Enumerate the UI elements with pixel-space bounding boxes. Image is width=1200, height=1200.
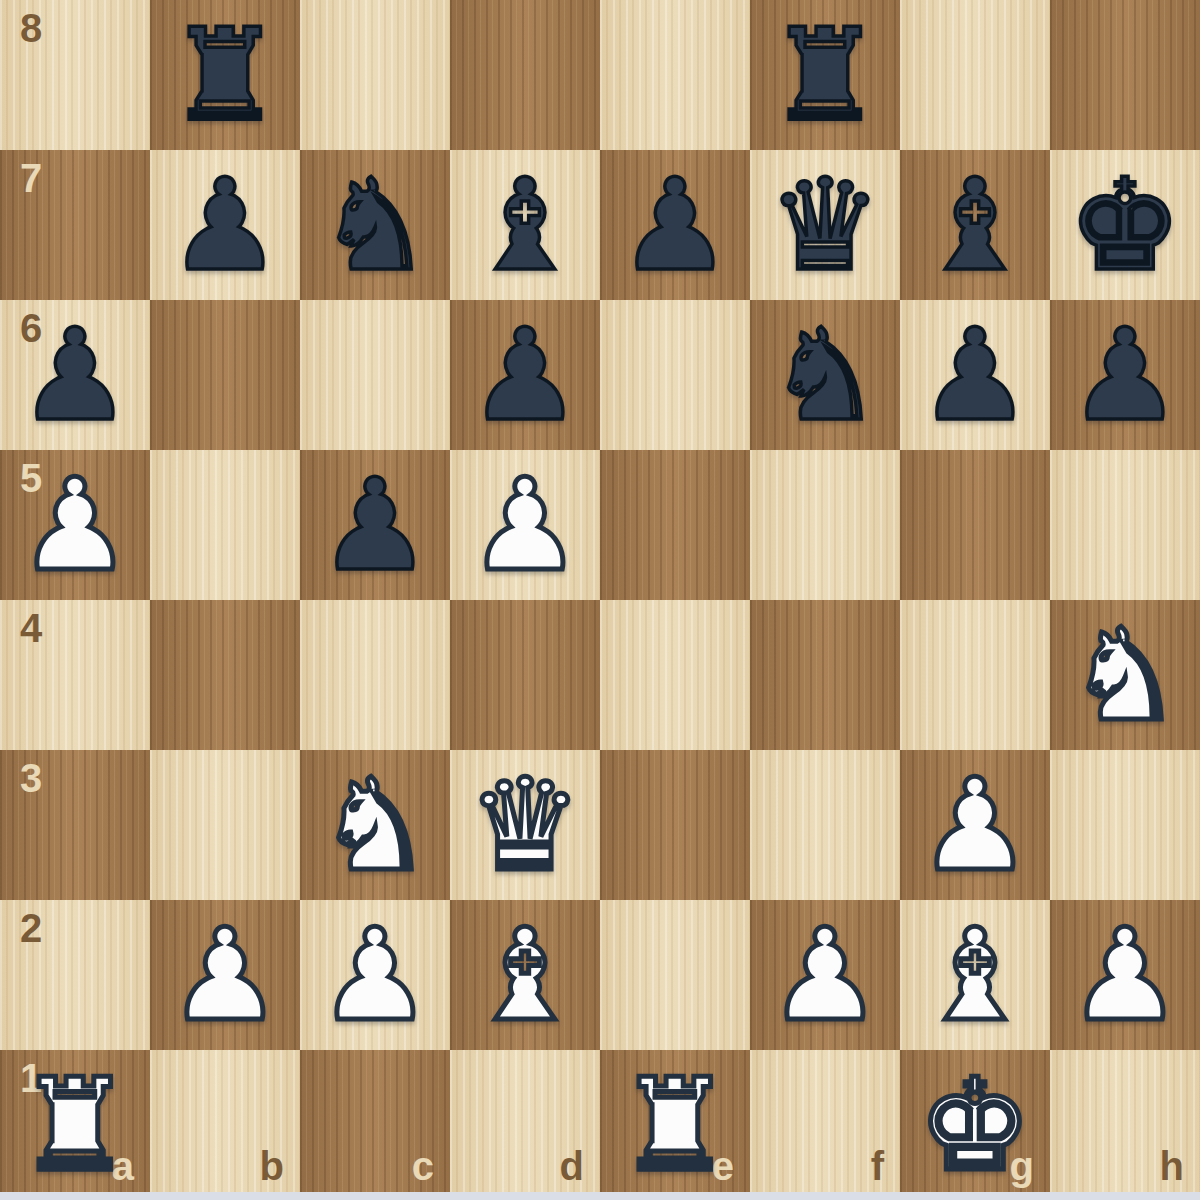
- square-h2[interactable]: ♟: [1050, 900, 1200, 1050]
- piece-white-rook[interactable]: ♜: [618, 1050, 732, 1200]
- square-h5[interactable]: [1050, 450, 1200, 600]
- square-e1[interactable]: e♜: [600, 1050, 750, 1200]
- piece-black-pawn[interactable]: ♟: [1068, 300, 1182, 450]
- chess-board: 8♜♜7♟♞♝♟♛♝♚6♟♟♞♟♟5♟♟♟4♞3♞♛♟2♟♟♝♟♝♟1a♜bcd…: [0, 0, 1200, 1200]
- piece-black-rook[interactable]: ♜: [168, 0, 282, 150]
- square-h1[interactable]: h: [1050, 1050, 1200, 1200]
- piece-white-pawn[interactable]: ♟: [18, 450, 132, 600]
- square-g2[interactable]: ♝: [900, 900, 1050, 1050]
- piece-black-pawn[interactable]: ♟: [18, 300, 132, 450]
- rank-label-8: 8: [20, 8, 42, 48]
- square-a8[interactable]: 8: [0, 0, 150, 150]
- piece-white-knight[interactable]: ♞: [1068, 600, 1182, 750]
- square-c6[interactable]: [300, 300, 450, 450]
- rank-label-2: 2: [20, 908, 42, 948]
- square-b1[interactable]: b: [150, 1050, 300, 1200]
- square-c4[interactable]: [300, 600, 450, 750]
- square-d2[interactable]: ♝: [450, 900, 600, 1050]
- square-e5[interactable]: [600, 450, 750, 600]
- square-e6[interactable]: [600, 300, 750, 450]
- piece-black-pawn[interactable]: ♟: [918, 300, 1032, 450]
- piece-white-pawn[interactable]: ♟: [318, 900, 432, 1050]
- square-h4[interactable]: ♞: [1050, 600, 1200, 750]
- piece-white-bishop[interactable]: ♝: [918, 900, 1032, 1050]
- piece-white-bishop[interactable]: ♝: [468, 900, 582, 1050]
- piece-black-knight[interactable]: ♞: [318, 150, 432, 300]
- piece-black-bishop[interactable]: ♝: [918, 150, 1032, 300]
- square-c8[interactable]: [300, 0, 450, 150]
- piece-black-king[interactable]: ♚: [1068, 150, 1182, 300]
- square-b8[interactable]: ♜: [150, 0, 300, 150]
- piece-white-knight[interactable]: ♞: [318, 750, 432, 900]
- square-f2[interactable]: ♟: [750, 900, 900, 1050]
- square-g1[interactable]: g♚: [900, 1050, 1050, 1200]
- square-b3[interactable]: [150, 750, 300, 900]
- square-a2[interactable]: 2: [0, 900, 150, 1050]
- square-b7[interactable]: ♟: [150, 150, 300, 300]
- square-f5[interactable]: [750, 450, 900, 600]
- square-e7[interactable]: ♟: [600, 150, 750, 300]
- square-b2[interactable]: ♟: [150, 900, 300, 1050]
- square-h6[interactable]: ♟: [1050, 300, 1200, 450]
- square-d1[interactable]: d: [450, 1050, 600, 1200]
- file-label-c: c: [412, 1146, 434, 1186]
- rank-label-7: 7: [20, 158, 42, 198]
- square-e8[interactable]: [600, 0, 750, 150]
- square-h3[interactable]: [1050, 750, 1200, 900]
- square-g3[interactable]: ♟: [900, 750, 1050, 900]
- square-d3[interactable]: ♛: [450, 750, 600, 900]
- square-c1[interactable]: c: [300, 1050, 450, 1200]
- square-f4[interactable]: [750, 600, 900, 750]
- file-label-h: h: [1160, 1146, 1184, 1186]
- square-a4[interactable]: 4: [0, 600, 150, 750]
- piece-black-pawn[interactable]: ♟: [318, 450, 432, 600]
- square-g8[interactable]: [900, 0, 1050, 150]
- square-f7[interactable]: ♛: [750, 150, 900, 300]
- square-a6[interactable]: 6♟: [0, 300, 150, 450]
- square-c5[interactable]: ♟: [300, 450, 450, 600]
- piece-black-knight[interactable]: ♞: [768, 300, 882, 450]
- square-g4[interactable]: [900, 600, 1050, 750]
- square-c2[interactable]: ♟: [300, 900, 450, 1050]
- square-f3[interactable]: [750, 750, 900, 900]
- piece-white-king[interactable]: ♚: [918, 1050, 1032, 1200]
- rank-label-4: 4: [20, 608, 42, 648]
- square-d5[interactable]: ♟: [450, 450, 600, 600]
- file-label-f: f: [871, 1146, 884, 1186]
- square-a1[interactable]: 1a♜: [0, 1050, 150, 1200]
- square-g5[interactable]: [900, 450, 1050, 600]
- square-d6[interactable]: ♟: [450, 300, 600, 450]
- square-e4[interactable]: [600, 600, 750, 750]
- piece-black-queen[interactable]: ♛: [768, 150, 882, 300]
- piece-white-pawn[interactable]: ♟: [1068, 900, 1182, 1050]
- piece-white-rook[interactable]: ♜: [18, 1050, 132, 1200]
- square-b4[interactable]: [150, 600, 300, 750]
- square-d7[interactable]: ♝: [450, 150, 600, 300]
- piece-white-queen[interactable]: ♛: [468, 750, 582, 900]
- square-c7[interactable]: ♞: [300, 150, 450, 300]
- square-b6[interactable]: [150, 300, 300, 450]
- piece-black-rook[interactable]: ♜: [768, 0, 882, 150]
- piece-white-pawn[interactable]: ♟: [918, 750, 1032, 900]
- square-g6[interactable]: ♟: [900, 300, 1050, 450]
- square-a3[interactable]: 3: [0, 750, 150, 900]
- square-f8[interactable]: ♜: [750, 0, 900, 150]
- bottom-strip: [0, 1192, 1200, 1200]
- square-c3[interactable]: ♞: [300, 750, 450, 900]
- piece-black-pawn[interactable]: ♟: [618, 150, 732, 300]
- square-e2[interactable]: [600, 900, 750, 1050]
- square-e3[interactable]: [600, 750, 750, 900]
- square-a5[interactable]: 5♟: [0, 450, 150, 600]
- square-f1[interactable]: f: [750, 1050, 900, 1200]
- square-h7[interactable]: ♚: [1050, 150, 1200, 300]
- piece-white-pawn[interactable]: ♟: [468, 450, 582, 600]
- piece-black-pawn[interactable]: ♟: [468, 300, 582, 450]
- piece-black-pawn[interactable]: ♟: [168, 150, 282, 300]
- piece-white-pawn[interactable]: ♟: [768, 900, 882, 1050]
- square-a7[interactable]: 7: [0, 150, 150, 300]
- piece-white-pawn[interactable]: ♟: [168, 900, 282, 1050]
- piece-black-bishop[interactable]: ♝: [468, 150, 582, 300]
- square-f6[interactable]: ♞: [750, 300, 900, 450]
- square-d8[interactable]: [450, 0, 600, 150]
- file-label-b: b: [260, 1146, 284, 1186]
- square-g7[interactable]: ♝: [900, 150, 1050, 300]
- square-h8[interactable]: [1050, 0, 1200, 150]
- square-d4[interactable]: [450, 600, 600, 750]
- file-label-d: d: [560, 1146, 584, 1186]
- square-b5[interactable]: [150, 450, 300, 600]
- rank-label-3: 3: [20, 758, 42, 798]
